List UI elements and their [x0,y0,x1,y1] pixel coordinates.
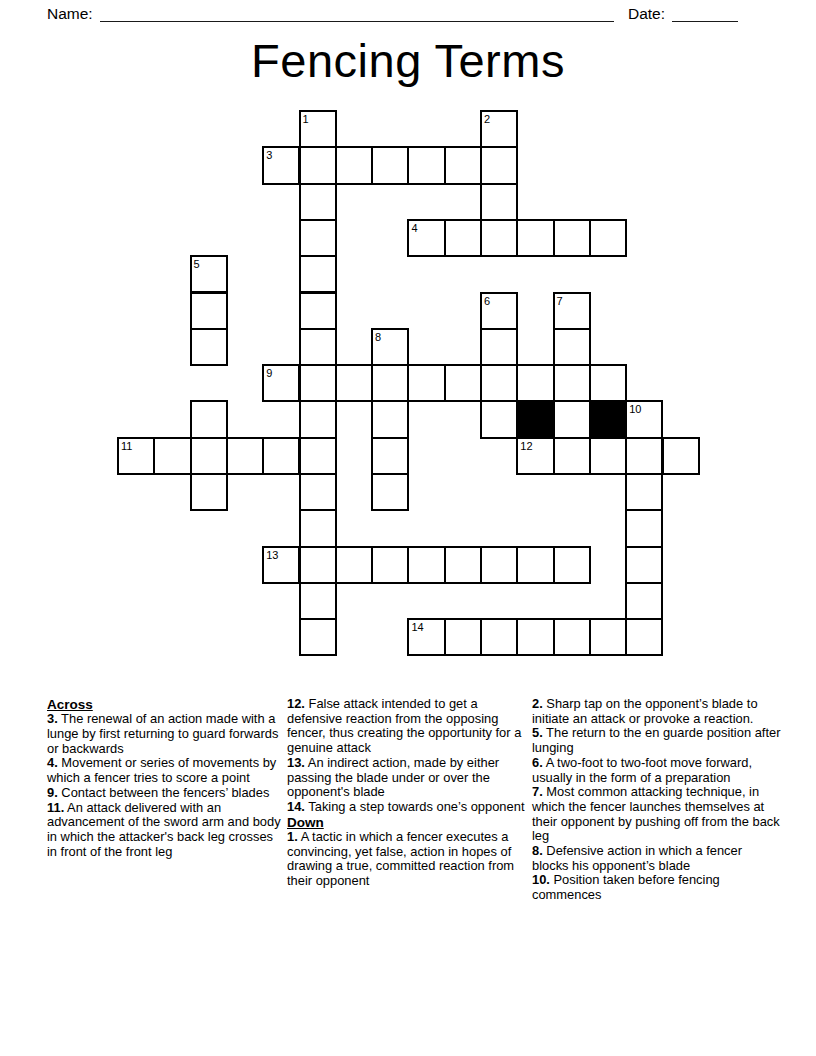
grid-cell-r3c11[interactable] [516,219,554,257]
clue-across-13: 13. An indirect action, made by either p… [287,756,530,800]
worksheet-header: Name: Date: [47,3,738,22]
grid-cell-r8c5[interactable] [299,400,337,438]
grid-cell-r9c4[interactable] [262,437,300,475]
grid-cell-r12c11[interactable] [516,546,554,584]
clue-down-7: 7. Most common attacking technique, in w… [532,785,781,844]
cell-number-2: 2 [484,113,490,125]
grid-cell-r7c6[interactable] [335,364,373,402]
grid-cell-r7c10[interactable] [480,364,518,402]
cell-number-7: 7 [557,295,563,307]
grid-cell-r11c14[interactable] [625,509,663,547]
grid-cell-r9c15[interactable] [662,437,700,475]
cell-number-1: 1 [303,113,309,125]
grid-cell-r7c5[interactable] [299,364,337,402]
grid-cell-r7c7[interactable] [371,364,409,402]
date-blank[interactable] [672,3,738,22]
grid-cell-r9c5[interactable] [299,437,337,475]
grid-cell-r7c13[interactable] [589,364,627,402]
black-cell-r8c13 [589,400,627,438]
grid-cell-r10c5[interactable] [299,473,337,511]
grid-cell-r1c10[interactable] [480,146,518,184]
grid-cell-r3c10[interactable] [480,219,518,257]
clue-across-12: 12. False attack intended to get a defen… [287,697,530,756]
grid-cell-r1c7[interactable] [371,146,409,184]
grid-cell-r14c11[interactable] [516,618,554,656]
grid-cell-r7c9[interactable] [444,364,482,402]
grid-cell-r9c7[interactable] [371,437,409,475]
grid-cell-r10c14[interactable] [625,473,663,511]
clue-down-6: 6. A two-foot to two-foot move forward, … [532,756,781,785]
grid-cell-r12c9[interactable] [444,546,482,584]
grid-cell-r9c14[interactable] [625,437,663,475]
grid-cell-r6c10[interactable] [480,328,518,366]
clue-heading-down: Down [287,815,530,830]
cell-number-6: 6 [484,295,490,307]
grid-cell-r9c2[interactable] [190,437,228,475]
grid-cell-r6c2[interactable] [190,328,228,366]
grid-cell-r8c10[interactable] [480,400,518,438]
grid-cell-r11c5[interactable] [299,509,337,547]
grid-cell-r0c5[interactable]: 1 [299,110,337,148]
cell-number-3: 3 [266,149,272,161]
clue-down-2: 2. Sharp tap on the opponent’s blade to … [532,697,781,726]
grid-cell-r3c9[interactable] [444,219,482,257]
grid-cell-r9c13[interactable] [589,437,627,475]
grid-cell-r14c5[interactable] [299,618,337,656]
grid-cell-r1c4[interactable]: 3 [262,146,300,184]
grid-cell-r9c0[interactable]: 11 [117,437,155,475]
grid-cell-r1c9[interactable] [444,146,482,184]
grid-cell-r9c12[interactable] [553,437,591,475]
cell-number-5: 5 [194,258,200,270]
grid-cell-r12c14[interactable] [625,546,663,584]
cell-number-12: 12 [520,440,532,452]
clue-across-11: 11. An attack delivered with an advancem… [47,801,285,860]
cell-number-4: 4 [411,222,417,234]
grid-cell-r14c12[interactable] [553,618,591,656]
grid-cell-r6c12[interactable] [553,328,591,366]
grid-cell-r6c5[interactable] [299,328,337,366]
grid-cell-r5c5[interactable] [299,292,337,330]
grid-cell-r10c2[interactable] [190,473,228,511]
grid-cell-r13c5[interactable] [299,582,337,620]
grid-cell-r14c14[interactable] [625,618,663,656]
clue-down-5: 5. The return to the en guarde position … [532,726,781,755]
grid-cell-r7c4[interactable]: 9 [262,364,300,402]
grid-cell-r12c5[interactable] [299,546,337,584]
cell-number-11: 11 [121,440,132,452]
grid-cell-r14c9[interactable] [444,618,482,656]
cell-number-9: 9 [266,367,272,379]
grid-cell-r14c10[interactable] [480,618,518,656]
grid-cell-r4c5[interactable] [299,255,337,293]
date-label: Date: [628,5,672,22]
puzzle-title: Fencing Terms [0,33,816,88]
grid-cell-r5c12[interactable]: 7 [553,292,591,330]
grid-cell-r5c10[interactable]: 6 [480,292,518,330]
grid-cell-r3c5[interactable] [299,219,337,257]
grid-cell-r1c5[interactable] [299,146,337,184]
grid-cell-r4c2[interactable]: 5 [190,255,228,293]
grid-cell-r8c2[interactable] [190,400,228,438]
clue-column-1: Across3. The renewal of an action made w… [47,697,285,859]
grid-cell-r0c10[interactable]: 2 [480,110,518,148]
cell-number-10: 10 [629,403,641,415]
grid-cell-r7c11[interactable] [516,364,554,402]
grid-cell-r7c12[interactable] [553,364,591,402]
grid-cell-r3c12[interactable] [553,219,591,257]
grid-cell-r1c8[interactable] [407,146,445,184]
grid-cell-r8c12[interactable] [553,400,591,438]
cell-number-14: 14 [411,621,423,633]
clue-column-2: 12. False attack intended to get a defen… [287,697,530,889]
clue-down-8: 8. Defensive action in which a fencer bl… [532,844,781,873]
grid-cell-r6c7[interactable]: 8 [371,328,409,366]
black-cell-r8c11 [516,400,554,438]
grid-cell-r3c8[interactable]: 4 [407,219,445,257]
grid-cell-r9c11[interactable]: 12 [516,437,554,475]
grid-cell-r12c12[interactable] [553,546,591,584]
clue-down-10: 10. Position taken before fencing commen… [532,873,781,902]
grid-cell-r12c8[interactable] [407,546,445,584]
name-label: Name: [47,5,100,22]
grid-cell-r1c6[interactable] [335,146,373,184]
grid-cell-r7c8[interactable] [407,364,445,402]
clue-across-9: 9. Contact between the fencers’ blades [47,786,285,801]
grid-cell-r5c2[interactable] [190,292,228,330]
grid-cell-r12c6[interactable] [335,546,373,584]
grid-cell-r14c13[interactable] [589,618,627,656]
grid-cell-r14c8[interactable]: 14 [407,618,445,656]
grid-cell-r13c14[interactable] [625,582,663,620]
grid-cell-r8c7[interactable] [371,400,409,438]
grid-cell-r2c10[interactable] [480,183,518,221]
cell-number-8: 8 [375,331,381,343]
grid-cell-r9c1[interactable] [153,437,191,475]
grid-cell-r12c7[interactable] [371,546,409,584]
grid-cell-r2c5[interactable] [299,183,337,221]
clue-column-3: 2. Sharp tap on the opponent’s blade to … [532,697,781,903]
clue-across-3: 3. The renewal of an action made with a … [47,712,285,756]
grid-cell-r8c14[interactable]: 10 [625,400,663,438]
clue-down-1: 1. A tactic in which a fencer executes a… [287,830,530,889]
grid-cell-r12c10[interactable] [480,546,518,584]
clue-across-4: 4. Movement or series of movements by wh… [47,756,285,785]
grid-cell-r9c3[interactable] [226,437,264,475]
grid-cell-r12c4[interactable]: 13 [262,546,300,584]
crossword-grid: 1234567891011121314 [117,110,701,658]
cell-number-13: 13 [266,549,278,561]
clue-heading-across: Across [47,697,285,712]
clue-across-14: 14. Taking a step towards one’s opponent [287,800,530,815]
grid-cell-r10c7[interactable] [371,473,409,511]
grid-cell-r3c13[interactable] [589,219,627,257]
name-blank[interactable] [100,3,614,22]
